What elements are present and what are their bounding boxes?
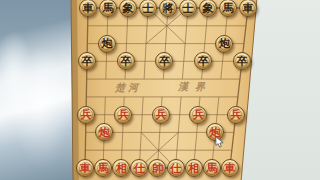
piece-red-advisor[interactable]: 仕	[130, 159, 148, 177]
piece-glyph: 車	[243, 3, 254, 14]
piece-glyph: 車	[80, 163, 91, 174]
piece-glyph: 炮	[99, 127, 110, 138]
piece-red-elephant[interactable]: 相	[112, 159, 130, 177]
piece-glyph: 馬	[223, 3, 234, 14]
game-screen: 楚河 漢界 車馬象士將士象馬車炮炮卒卒卒卒卒兵兵兵兵兵炮炮車馬相仕帥仕相馬車	[0, 0, 320, 180]
piece-red-elephant[interactable]: 相	[185, 159, 203, 177]
piece-red-chariot[interactable]: 車	[221, 159, 239, 177]
piece-glyph: 士	[143, 3, 154, 14]
piece-red-horse[interactable]: 馬	[94, 159, 112, 177]
piece-glyph: 兵	[193, 109, 204, 120]
piece-red-soldier[interactable]: 兵	[189, 106, 207, 124]
piece-black-advisor[interactable]: 士	[179, 0, 197, 17]
piece-glyph: 帥	[152, 163, 163, 174]
piece-glyph: 兵	[155, 109, 166, 120]
piece-red-soldier[interactable]: 兵	[152, 106, 170, 124]
piece-black-cannon[interactable]: 炮	[215, 35, 233, 53]
piece-black-soldier[interactable]: 卒	[117, 52, 135, 70]
piece-black-general[interactable]: 將	[159, 0, 177, 17]
piece-glyph: 兵	[81, 109, 92, 120]
piece-glyph: 士	[183, 3, 194, 14]
piece-glyph: 卒	[82, 56, 93, 67]
piece-glyph: 兵	[118, 109, 129, 120]
piece-black-elephant[interactable]: 象	[119, 0, 137, 17]
piece-glyph: 卒	[159, 56, 170, 67]
piece-red-soldier[interactable]: 兵	[114, 106, 132, 124]
piece-black-chariot[interactable]: 車	[79, 0, 97, 17]
piece-black-soldier[interactable]: 卒	[78, 52, 96, 70]
piece-glyph: 馬	[103, 3, 114, 14]
piece-glyph: 卒	[236, 56, 247, 67]
pieces-layer: 車馬象士將士象馬車炮炮卒卒卒卒卒兵兵兵兵兵炮炮車馬相仕帥仕相馬車	[0, 0, 320, 180]
piece-glyph: 炮	[101, 38, 112, 49]
piece-black-soldier[interactable]: 卒	[233, 52, 251, 70]
piece-glyph: 車	[224, 163, 235, 174]
piece-glyph: 相	[116, 163, 127, 174]
piece-red-advisor[interactable]: 仕	[167, 159, 185, 177]
piece-glyph: 相	[188, 163, 199, 174]
piece-black-horse[interactable]: 馬	[99, 0, 117, 17]
piece-red-soldier[interactable]: 兵	[77, 106, 95, 124]
piece-black-cannon[interactable]: 炮	[98, 35, 116, 53]
piece-black-horse[interactable]: 馬	[219, 0, 237, 17]
piece-glyph: 炮	[219, 38, 230, 49]
piece-black-chariot[interactable]: 車	[239, 0, 257, 17]
piece-glyph: 兵	[230, 109, 241, 120]
mouse-cursor-icon	[215, 136, 224, 149]
piece-glyph: 卒	[198, 56, 209, 67]
piece-red-cannon[interactable]: 炮	[95, 123, 113, 141]
piece-glyph: 象	[123, 3, 134, 14]
piece-glyph: 車	[83, 3, 94, 14]
piece-glyph: 馬	[98, 163, 109, 174]
piece-black-soldier[interactable]: 卒	[194, 52, 212, 70]
piece-glyph: 仕	[134, 163, 145, 174]
piece-red-chariot[interactable]: 車	[76, 159, 94, 177]
piece-black-elephant[interactable]: 象	[199, 0, 217, 17]
piece-glyph: 卒	[120, 56, 131, 67]
piece-red-general[interactable]: 帥	[148, 159, 166, 177]
piece-glyph: 仕	[170, 163, 181, 174]
piece-red-horse[interactable]: 馬	[203, 159, 221, 177]
piece-glyph: 馬	[206, 163, 217, 174]
piece-glyph: 將	[163, 3, 174, 14]
piece-black-soldier[interactable]: 卒	[155, 52, 173, 70]
piece-black-advisor[interactable]: 士	[139, 0, 157, 17]
piece-red-soldier[interactable]: 兵	[227, 106, 245, 124]
piece-glyph: 象	[203, 3, 214, 14]
